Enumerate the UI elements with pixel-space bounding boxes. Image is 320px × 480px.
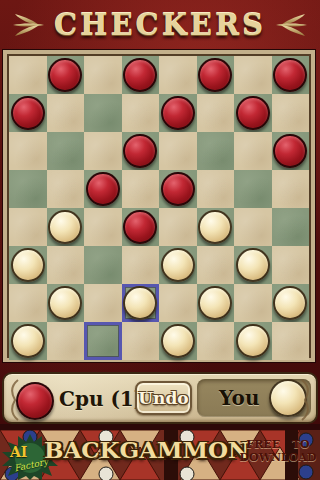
app-title: CHECKERS [54, 8, 266, 42]
cell-1-5[interactable] [197, 94, 235, 132]
cream-checker-piece[interactable]: ● [236, 324, 270, 358]
ad-game-title: BACKGAMMON [44, 436, 244, 463]
app-screen: CHECKERS ●●●●●●●●●●●●●●●●●●●●●●●● ● Cpu … [0, 0, 320, 480]
cream-checker-piece[interactable]: ● [11, 324, 45, 358]
cell-6-4[interactable] [159, 284, 197, 322]
cell-5-6[interactable]: ● [234, 246, 272, 284]
cream-checker-piece[interactable]: ● [161, 248, 195, 282]
cell-1-1[interactable] [47, 94, 85, 132]
red-checker-piece[interactable]: ● [123, 58, 157, 92]
red-checker-piece[interactable]: ● [273, 134, 307, 168]
board-inner-frame: ●●●●●●●●●●●●●●●●●●●●●●●● [7, 54, 311, 358]
cell-7-0[interactable]: ● [9, 322, 47, 360]
cell-4-0[interactable] [9, 208, 47, 246]
cell-5-4[interactable]: ● [159, 246, 197, 284]
cpu-piece-icon: ● [16, 382, 54, 420]
cell-3-7[interactable] [272, 170, 310, 208]
title-ornament-left-icon [12, 12, 46, 38]
cream-checker-piece[interactable]: ● [161, 324, 195, 358]
cell-5-0[interactable]: ● [9, 246, 47, 284]
cell-2-7[interactable]: ● [272, 132, 310, 170]
cell-2-1[interactable] [47, 132, 85, 170]
red-checker-piece[interactable]: ● [123, 210, 157, 244]
ad-banner[interactable]: AI Factory BACKGAMMON FREE TO DOWNLOAD [0, 430, 320, 480]
red-checker-piece[interactable]: ● [123, 134, 157, 168]
cream-checker-piece[interactable]: ● [11, 248, 45, 282]
cell-0-1[interactable]: ● [47, 56, 85, 94]
cell-1-2[interactable] [84, 94, 122, 132]
cell-4-3[interactable]: ● [122, 208, 160, 246]
cell-6-7[interactable]: ● [272, 284, 310, 322]
cell-0-6[interactable] [234, 56, 272, 94]
cell-1-7[interactable] [272, 94, 310, 132]
cell-6-2[interactable] [84, 284, 122, 322]
cell-0-4[interactable] [159, 56, 197, 94]
cell-4-6[interactable] [234, 208, 272, 246]
cell-0-2[interactable] [84, 56, 122, 94]
red-checker-piece[interactable]: ● [198, 58, 232, 92]
cream-checker-piece[interactable]: ● [123, 286, 157, 320]
cell-7-1[interactable] [47, 322, 85, 360]
red-checker-piece[interactable]: ● [86, 172, 120, 206]
cell-1-6[interactable]: ● [234, 94, 272, 132]
cell-2-0[interactable] [9, 132, 47, 170]
ad-offer-line2: DOWNLOAD [238, 451, 318, 464]
cell-5-5[interactable] [197, 246, 235, 284]
cell-6-1[interactable]: ● [47, 284, 85, 322]
red-checker-piece[interactable]: ● [48, 58, 82, 92]
cell-5-7[interactable] [272, 246, 310, 284]
red-checker-piece[interactable]: ● [273, 58, 307, 92]
ai-factory-name: AI [10, 444, 27, 460]
cell-4-7[interactable] [272, 208, 310, 246]
cell-6-0[interactable] [9, 284, 47, 322]
red-checker-piece[interactable]: ● [236, 96, 270, 130]
cell-6-5[interactable]: ● [197, 284, 235, 322]
cell-3-5[interactable] [197, 170, 235, 208]
you-label: You [219, 386, 259, 410]
cream-checker-piece[interactable]: ● [236, 248, 270, 282]
status-bar: ● Cpu (1) Undo You ● [2, 372, 318, 424]
ad-offer-line1: FREE TO [238, 438, 318, 451]
cell-7-4[interactable]: ● [159, 322, 197, 360]
ad-offer-text: FREE TO DOWNLOAD [238, 438, 318, 464]
cell-7-6[interactable]: ● [234, 322, 272, 360]
undo-button[interactable]: Undo [135, 381, 192, 415]
cell-6-6[interactable] [234, 284, 272, 322]
cell-3-6[interactable] [234, 170, 272, 208]
cell-1-0[interactable]: ● [9, 94, 47, 132]
cell-4-2[interactable] [84, 208, 122, 246]
cell-4-5[interactable]: ● [197, 208, 235, 246]
cell-2-6[interactable] [234, 132, 272, 170]
cell-7-3[interactable] [122, 322, 160, 360]
cell-0-3[interactable]: ● [122, 56, 160, 94]
cell-7-2[interactable] [84, 322, 122, 360]
cell-4-4[interactable] [159, 208, 197, 246]
cell-0-0[interactable] [9, 56, 47, 94]
cpu-label: Cpu (1) [59, 387, 143, 411]
cell-5-1[interactable] [47, 246, 85, 284]
cell-4-1[interactable]: ● [47, 208, 85, 246]
cell-0-7[interactable]: ● [272, 56, 310, 94]
cell-2-3[interactable]: ● [122, 132, 160, 170]
red-checker-piece[interactable]: ● [11, 96, 45, 130]
cream-checker-piece[interactable]: ● [273, 286, 307, 320]
cell-2-5[interactable] [197, 132, 235, 170]
cell-2-2[interactable] [84, 132, 122, 170]
cell-2-4[interactable] [159, 132, 197, 170]
cell-5-2[interactable] [84, 246, 122, 284]
red-checker-piece[interactable]: ● [161, 172, 195, 206]
cell-0-5[interactable]: ● [197, 56, 235, 94]
cell-3-4[interactable]: ● [159, 170, 197, 208]
cream-checker-piece[interactable]: ● [48, 286, 82, 320]
cell-3-1[interactable] [47, 170, 85, 208]
title-ornament-right-icon [274, 12, 308, 38]
turn-panel-you: You ● [197, 379, 311, 417]
red-checker-piece[interactable]: ● [161, 96, 195, 130]
title-bar: CHECKERS [0, 0, 320, 50]
cream-checker-piece[interactable]: ● [48, 210, 82, 244]
checkers-board: ●●●●●●●●●●●●●●●●●●●●●●●● [2, 49, 316, 363]
cell-3-2[interactable]: ● [84, 170, 122, 208]
cell-3-3[interactable] [122, 170, 160, 208]
cell-1-4[interactable]: ● [159, 94, 197, 132]
cell-1-3[interactable] [122, 94, 160, 132]
board-grid: ●●●●●●●●●●●●●●●●●●●●●●●● [9, 56, 309, 356]
cell-3-0[interactable] [9, 170, 47, 208]
bar-flourish-right-icon [300, 378, 314, 422]
cell-7-7[interactable] [272, 322, 310, 360]
cell-5-3[interactable] [122, 246, 160, 284]
cream-checker-piece[interactable]: ● [198, 286, 232, 320]
cell-7-5[interactable] [197, 322, 235, 360]
cell-6-3[interactable]: ● [122, 284, 160, 322]
cream-checker-piece[interactable]: ● [198, 210, 232, 244]
